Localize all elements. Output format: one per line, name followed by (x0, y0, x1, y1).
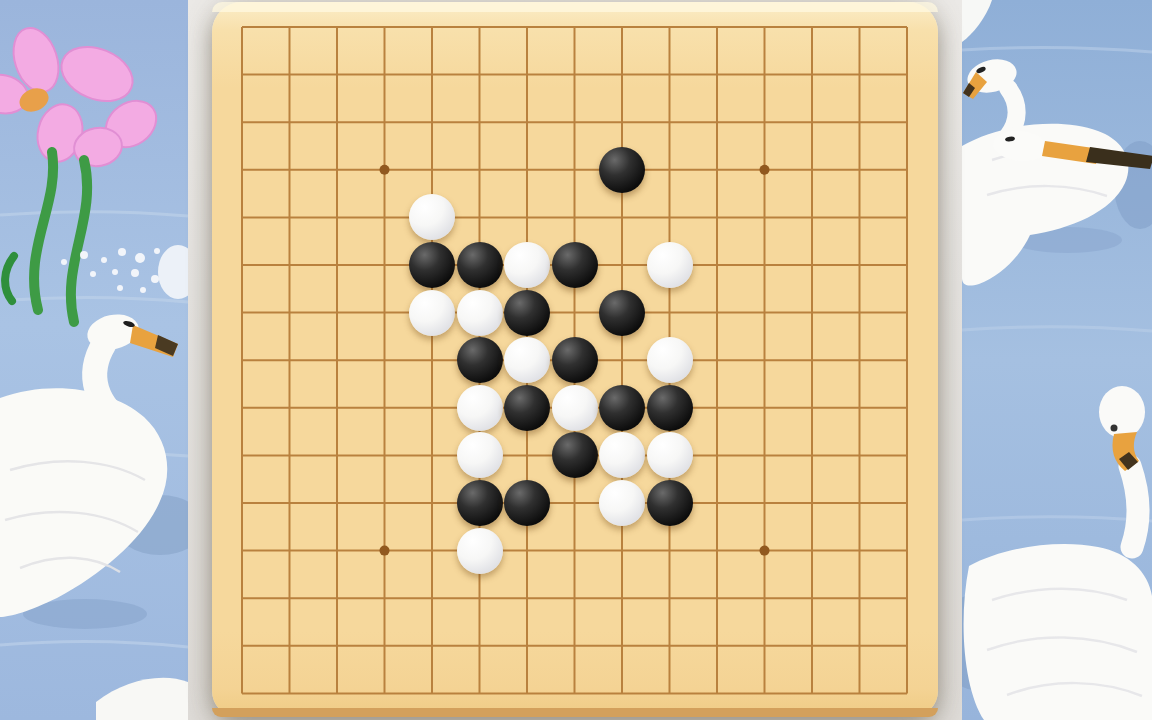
star-point (380, 546, 390, 556)
swan-neck (1130, 466, 1138, 547)
black-stone (504, 480, 550, 526)
black-stone (647, 480, 693, 526)
white-stone (647, 337, 693, 383)
white-stone (409, 290, 455, 336)
white-stone (504, 242, 550, 288)
black-stone (552, 337, 598, 383)
swan-eye (1111, 425, 1118, 432)
white-stone (457, 290, 503, 336)
black-stone (552, 242, 598, 288)
left-pond-painting (0, 0, 188, 720)
black-stone (647, 385, 693, 431)
star-point (760, 546, 770, 556)
white-stone (457, 432, 503, 478)
black-stone (599, 385, 645, 431)
board-grid[interactable] (241, 26, 908, 695)
black-stone (504, 290, 550, 336)
black-stone (504, 385, 550, 431)
black-stone (457, 337, 503, 383)
white-stone (457, 385, 503, 431)
white-stone (552, 385, 598, 431)
swan-head (1099, 386, 1145, 438)
black-stone (599, 147, 645, 193)
right-pond-painting (962, 0, 1152, 720)
white-stone (647, 432, 693, 478)
white-stone (647, 242, 693, 288)
gomoku-board[interactable] (212, 2, 938, 717)
swan-body (964, 544, 1152, 720)
black-stone (599, 290, 645, 336)
black-stone (552, 432, 598, 478)
white-stone (599, 480, 645, 526)
star-point (380, 165, 390, 175)
black-stone (409, 242, 455, 288)
black-stone (457, 242, 503, 288)
star-point (760, 165, 770, 175)
black-stone (457, 480, 503, 526)
white-stone (457, 528, 503, 574)
white-stone (504, 337, 550, 383)
screenshot-stage (0, 0, 1152, 720)
